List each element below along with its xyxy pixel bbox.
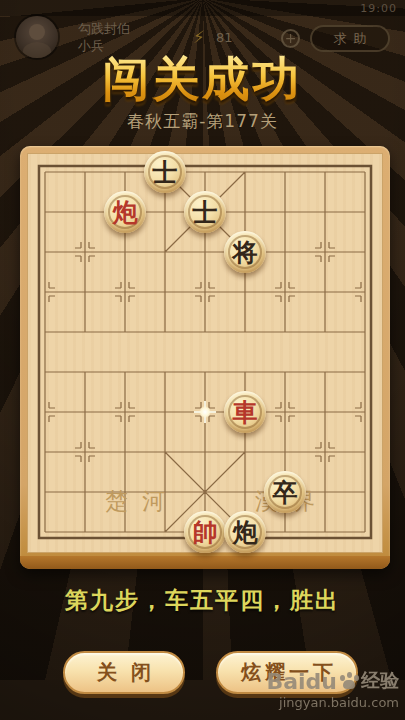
level-subtitle: 春秋五霸-第177关 — [0, 110, 405, 133]
watermark-brand-en: Baidu — [266, 669, 337, 694]
piece-red-帥: 帥 — [184, 511, 226, 553]
move-annotation: 第九步，车五平四，胜出 — [0, 585, 405, 616]
energy-value: 81 — [216, 30, 233, 45]
energy-lightning-icon: ⚡ — [193, 27, 205, 47]
close-button[interactable]: 关闭 — [63, 651, 185, 694]
piece-black-炮: 炮 — [224, 511, 266, 553]
player-name: 勾践封伯 — [78, 20, 130, 38]
clock-text: 19:00 — [360, 2, 397, 15]
watermark-url: jingyan.baidu.com — [266, 695, 399, 710]
watermark: Baidu 经验 jingyan.baidu.com — [266, 668, 399, 710]
piece-black-卒: 卒 — [264, 471, 306, 513]
piece-black-士: 士 — [144, 151, 186, 193]
avatar-silhouette — [29, 24, 45, 40]
piece-black-将: 将 — [224, 231, 266, 273]
status-bar — [0, 0, 405, 16]
xiangqi-board: 楚河 漢界 士炮士将車卒帥炮 — [20, 146, 390, 569]
piece-red-炮: 炮 — [104, 191, 146, 233]
add-energy-button[interactable]: + — [281, 29, 300, 48]
game-screen: 19:00 勾践封伯 小兵 ⚡ 81 + 求助 闯关成功 春秋五霸-第177关 … — [0, 0, 405, 720]
paw-icon — [339, 671, 359, 691]
last-move-marker — [194, 401, 216, 423]
river-label-left: 楚河 — [75, 486, 195, 517]
victory-title: 闯关成功 — [0, 48, 405, 111]
piece-red-車: 車 — [224, 391, 266, 433]
watermark-brand-cn: 经验 — [361, 668, 399, 694]
piece-black-士: 士 — [184, 191, 226, 233]
